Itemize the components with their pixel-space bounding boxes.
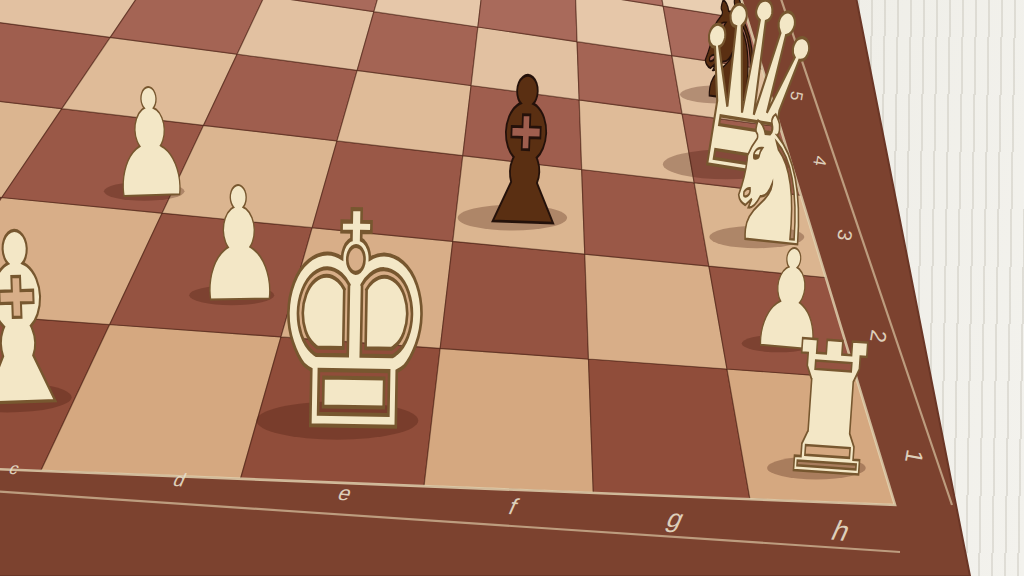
table-surface: cdefgh12345♞♛♟♝♞♟♟♝♚♜ <box>0 0 1024 576</box>
piece-white-bishop-c1[interactable]: ♝ <box>0 182 89 461</box>
square-g1[interactable] <box>589 359 750 499</box>
piece-black-bishop-f3[interactable]: ♝ <box>464 33 587 272</box>
piece-white-king-e1[interactable]: ♚ <box>267 149 443 497</box>
square-f1[interactable] <box>424 348 593 492</box>
piece-white-rook-h1[interactable]: ♜ <box>771 301 889 519</box>
piece-white-pawn-c3[interactable]: ♟ <box>105 57 196 231</box>
chessboard-scene: cdefgh12345♞♛♟♝♞♟♟♝♚♜ <box>0 0 1024 576</box>
square-g2[interactable] <box>585 254 727 369</box>
